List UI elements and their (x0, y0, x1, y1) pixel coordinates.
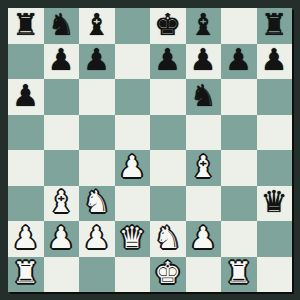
square-h8[interactable]: ♜ (257, 8, 293, 44)
square-b1[interactable] (44, 257, 80, 293)
square-h5[interactable] (257, 115, 293, 151)
square-g2[interactable] (221, 221, 257, 257)
black-rook-icon: ♜ (12, 10, 39, 40)
square-d6[interactable] (115, 79, 151, 115)
square-h4[interactable] (257, 150, 293, 186)
square-d5[interactable] (115, 115, 151, 151)
white-pawn-icon: ♟ (119, 152, 146, 182)
square-e3[interactable] (150, 186, 186, 222)
square-a8[interactable]: ♜ (8, 8, 44, 44)
square-e4[interactable] (150, 150, 186, 186)
square-f1[interactable] (186, 257, 222, 293)
square-d2[interactable]: ♛ (115, 221, 151, 257)
black-knight-icon: ♞ (190, 81, 217, 111)
square-d7[interactable] (115, 44, 151, 80)
square-f2[interactable]: ♟ (186, 221, 222, 257)
square-b5[interactable] (44, 115, 80, 151)
square-b3[interactable]: ♝ (44, 186, 80, 222)
square-b7[interactable]: ♟ (44, 44, 80, 80)
black-pawn-icon: ♟ (12, 81, 39, 111)
white-queen-icon: ♛ (119, 223, 146, 253)
white-knight-icon: ♞ (83, 187, 110, 217)
square-b8[interactable]: ♞ (44, 8, 80, 44)
square-b2[interactable]: ♟ (44, 221, 80, 257)
square-g3[interactable] (221, 186, 257, 222)
square-e7[interactable]: ♟ (150, 44, 186, 80)
square-a6[interactable]: ♟ (8, 79, 44, 115)
black-bishop-icon: ♝ (190, 10, 217, 40)
square-g1[interactable]: ♜ (221, 257, 257, 293)
square-f3[interactable] (186, 186, 222, 222)
white-bishop-icon: ♝ (48, 187, 75, 217)
square-h7[interactable]: ♟ (257, 44, 293, 80)
square-b4[interactable] (44, 150, 80, 186)
white-knight-icon: ♞ (154, 223, 181, 253)
white-rook-icon: ♜ (225, 258, 252, 288)
square-h3[interactable]: ♛ (257, 186, 293, 222)
square-a1[interactable]: ♜ (8, 257, 44, 293)
white-pawn-icon: ♟ (48, 223, 75, 253)
square-c2[interactable]: ♟ (79, 221, 115, 257)
square-c6[interactable] (79, 79, 115, 115)
square-e5[interactable] (150, 115, 186, 151)
black-bishop-icon: ♝ (83, 10, 110, 40)
square-c1[interactable] (79, 257, 115, 293)
square-d8[interactable] (115, 8, 151, 44)
square-a2[interactable]: ♟ (8, 221, 44, 257)
square-f8[interactable]: ♝ (186, 8, 222, 44)
square-h6[interactable] (257, 79, 293, 115)
square-f4[interactable]: ♝ (186, 150, 222, 186)
square-g8[interactable] (221, 8, 257, 44)
square-c3[interactable]: ♞ (79, 186, 115, 222)
square-d4[interactable]: ♟ (115, 150, 151, 186)
chess-board: ♜♞♝♚♝♜♟♟♟♟♟♟♟♞♟♝♝♞♛♟♟♟♛♞♟♜♚♜ (8, 8, 292, 292)
square-b6[interactable] (44, 79, 80, 115)
square-f6[interactable]: ♞ (186, 79, 222, 115)
square-e8[interactable]: ♚ (150, 8, 186, 44)
square-a7[interactable] (8, 44, 44, 80)
square-e1[interactable]: ♚ (150, 257, 186, 293)
square-g6[interactable] (221, 79, 257, 115)
black-pawn-icon: ♟ (48, 45, 75, 75)
square-g4[interactable] (221, 150, 257, 186)
chess-board-frame: ♜♞♝♚♝♜♟♟♟♟♟♟♟♞♟♝♝♞♛♟♟♟♛♞♟♜♚♜ (0, 0, 300, 300)
square-f7[interactable]: ♟ (186, 44, 222, 80)
black-pawn-icon: ♟ (154, 45, 181, 75)
black-knight-icon: ♞ (48, 10, 75, 40)
white-pawn-icon: ♟ (83, 223, 110, 253)
white-rook-icon: ♜ (12, 258, 39, 288)
white-pawn-icon: ♟ (12, 223, 39, 253)
white-pawn-icon: ♟ (190, 223, 217, 253)
square-e2[interactable]: ♞ (150, 221, 186, 257)
square-g7[interactable]: ♟ (221, 44, 257, 80)
square-c4[interactable] (79, 150, 115, 186)
square-c8[interactable]: ♝ (79, 8, 115, 44)
black-pawn-icon: ♟ (225, 45, 252, 75)
white-bishop-icon: ♝ (190, 152, 217, 182)
square-f5[interactable] (186, 115, 222, 151)
square-a3[interactable] (8, 186, 44, 222)
square-d1[interactable] (115, 257, 151, 293)
square-a4[interactable] (8, 150, 44, 186)
square-a5[interactable] (8, 115, 44, 151)
black-queen-icon: ♛ (261, 187, 288, 217)
black-pawn-icon: ♟ (83, 45, 110, 75)
square-e6[interactable] (150, 79, 186, 115)
black-pawn-icon: ♟ (261, 45, 288, 75)
square-h1[interactable] (257, 257, 293, 293)
white-king-icon: ♚ (154, 258, 181, 288)
black-rook-icon: ♜ (261, 10, 288, 40)
square-g5[interactable] (221, 115, 257, 151)
square-d3[interactable] (115, 186, 151, 222)
square-c7[interactable]: ♟ (79, 44, 115, 80)
square-h2[interactable] (257, 221, 293, 257)
square-c5[interactable] (79, 115, 115, 151)
black-king-icon: ♚ (154, 10, 181, 40)
black-pawn-icon: ♟ (190, 45, 217, 75)
